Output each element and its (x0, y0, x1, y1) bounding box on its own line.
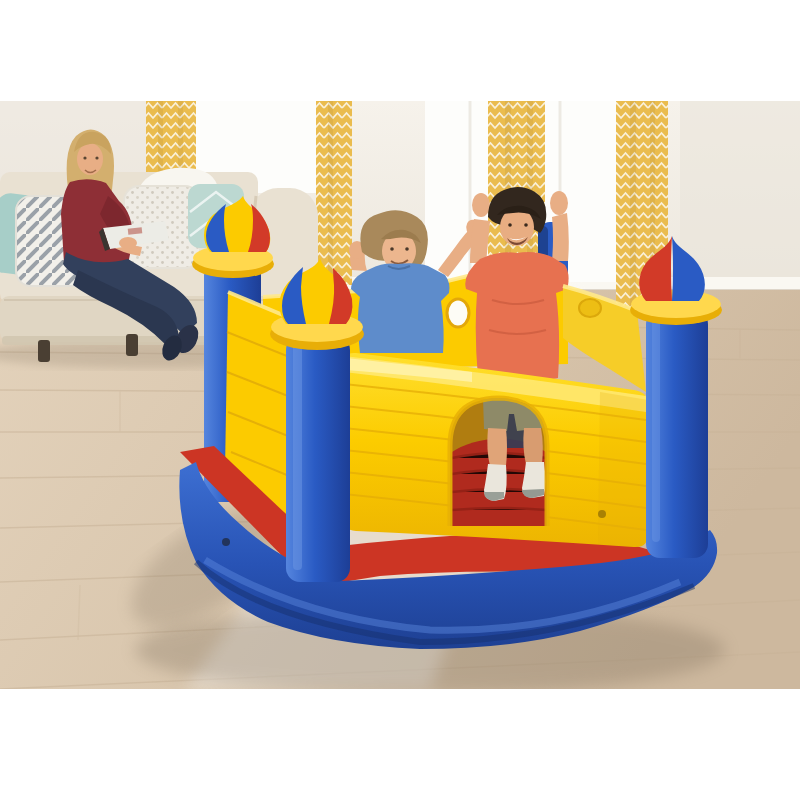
wall-valve (598, 510, 606, 518)
woman-hand (119, 237, 137, 249)
curtain-fold (527, 101, 533, 270)
curtain-fold (328, 101, 333, 285)
boy-right-fist-b (550, 191, 568, 215)
curtain-fold (158, 101, 163, 175)
photo-margin-top (0, 0, 800, 101)
porthole (579, 299, 601, 317)
boy-right-shin-b (523, 428, 542, 464)
boy-right-arm-b (552, 213, 569, 261)
product-photo (0, 0, 800, 800)
scene-canvas (0, 0, 800, 800)
woman-face (77, 143, 103, 175)
curtain-panel-left-b (316, 101, 352, 285)
curtain-panel-left-a (146, 101, 196, 175)
air-valve (222, 538, 230, 546)
wall-shade-right (680, 101, 800, 291)
boy-right-shirt (465, 252, 568, 383)
curtain-fold (178, 101, 183, 175)
curtain-fold (505, 101, 511, 270)
front-wall-right-shade (598, 392, 648, 547)
porthole (447, 299, 469, 327)
boy-left-shirt (351, 263, 450, 353)
boy-right-shin-a (487, 428, 507, 466)
photo-margin-bottom (0, 689, 800, 800)
curtain-fold (630, 101, 636, 308)
boy-right-fist-a (472, 193, 490, 217)
arch-interior (450, 398, 547, 526)
